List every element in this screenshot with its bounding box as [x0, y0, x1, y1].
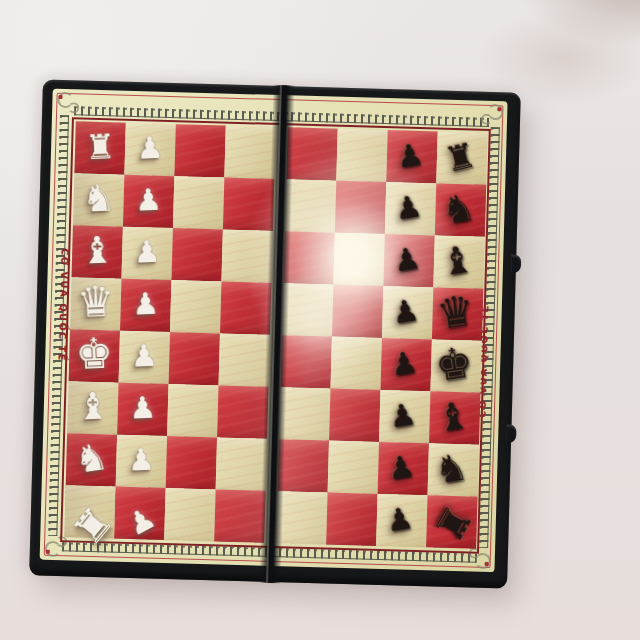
- square-f8[interactable]: ♝: [429, 391, 480, 444]
- square-g8[interactable]: ♞: [428, 443, 479, 496]
- square-e2[interactable]: ♟: [119, 331, 170, 384]
- square-e5[interactable]: [281, 335, 332, 388]
- square-b7[interactable]: ♟: [385, 182, 436, 235]
- square-e8[interactable]: ♚: [430, 339, 481, 392]
- square-c7[interactable]: ♟: [383, 234, 434, 287]
- pawn-icon: ♟: [133, 237, 161, 268]
- square-f3[interactable]: [167, 384, 218, 437]
- square-b2[interactable]: ♟: [123, 175, 174, 228]
- piece-white-pawn-b2[interactable]: ♟: [135, 185, 163, 216]
- pawn-icon: ♟: [390, 295, 421, 329]
- square-d1[interactable]: ♛: [70, 277, 121, 330]
- square-h6[interactable]: [326, 493, 377, 546]
- square-f6[interactable]: [329, 389, 380, 442]
- square-c4[interactable]: [221, 230, 272, 283]
- rook-icon: ♜: [84, 129, 116, 164]
- square-g1[interactable]: ♞: [66, 433, 117, 486]
- piece-black-knight-b8[interactable]: ♞: [439, 188, 477, 229]
- square-c6[interactable]: [333, 233, 384, 286]
- knight-icon: ♞: [72, 438, 110, 479]
- board-border: CỜ VUA QUỐC TẾ CỜ VUA QUỐC TẾ ND ♜♟♟♜♞♟♟…: [40, 89, 508, 573]
- chess-board: CỜ VUA QUỐC TẾ CỜ VUA QUỐC TẾ ND ♜♟♟♜♞♟♟…: [29, 79, 521, 588]
- square-g4[interactable]: [216, 437, 267, 490]
- pawn-icon: ♟: [123, 502, 161, 541]
- piece-white-knight-g1[interactable]: ♞: [72, 438, 110, 479]
- square-d6[interactable]: [332, 285, 383, 338]
- pawn-icon: ♟: [389, 347, 420, 381]
- square-b5[interactable]: [285, 179, 336, 232]
- pawn-icon: ♟: [392, 243, 423, 277]
- square-b8[interactable]: ♞: [435, 183, 486, 236]
- piece-white-king-e1[interactable]: ♚: [75, 333, 114, 377]
- piece-white-pawn-f2[interactable]: ♟: [129, 393, 157, 424]
- pawn-icon: ♟: [136, 133, 164, 164]
- rook-icon: ♜: [66, 499, 120, 552]
- square-b1[interactable]: ♞: [73, 173, 124, 226]
- piece-white-pawn-g2[interactable]: ♟: [127, 445, 155, 476]
- square-g5[interactable]: [278, 439, 329, 492]
- corner-dot: [485, 562, 489, 566]
- square-c2[interactable]: ♟: [121, 227, 172, 280]
- piece-black-rook-h8[interactable]: ♜: [428, 499, 478, 547]
- piece-white-pawn-e2[interactable]: ♟: [130, 341, 158, 372]
- piece-black-knight-g8[interactable]: ♞: [432, 448, 470, 489]
- pawn-icon: ♟: [395, 139, 426, 173]
- piece-black-king-e8[interactable]: ♚: [433, 341, 476, 388]
- knight-icon: ♞: [439, 188, 477, 229]
- queen-icon: ♛: [434, 289, 477, 336]
- piece-white-rook-h1[interactable]: ♜: [66, 499, 120, 552]
- square-f1[interactable]: ♝: [67, 381, 118, 434]
- rook-icon: ♜: [441, 137, 479, 177]
- square-c1[interactable]: ♝: [72, 225, 123, 278]
- square-c3[interactable]: [171, 228, 222, 281]
- pawn-icon: ♟: [129, 393, 157, 424]
- pawn-icon: ♟: [387, 399, 418, 433]
- square-e1[interactable]: ♚: [69, 329, 120, 382]
- pawn-icon: ♟: [386, 451, 417, 485]
- square-b3[interactable]: [173, 176, 224, 229]
- corner-dot: [46, 550, 50, 554]
- pawn-icon: ♟: [127, 445, 155, 476]
- piece-black-bishop-f8[interactable]: ♝: [434, 396, 472, 437]
- pawn-icon: ♟: [130, 341, 158, 372]
- square-e4[interactable]: [219, 333, 270, 386]
- square-a2[interactable]: ♟: [124, 123, 175, 176]
- square-f4[interactable]: [217, 385, 268, 438]
- square-h7[interactable]: ♟: [376, 494, 427, 547]
- square-a5[interactable]: [286, 127, 337, 180]
- pawn-icon: ♟: [384, 503, 415, 537]
- rook-icon: ♜: [428, 499, 478, 547]
- square-g7[interactable]: ♟: [378, 442, 429, 495]
- square-a3[interactable]: [174, 124, 225, 177]
- piece-black-bishop-c8[interactable]: ♝: [438, 240, 476, 281]
- square-g2[interactable]: ♟: [116, 435, 167, 488]
- king-icon: ♚: [75, 333, 114, 377]
- square-h2[interactable]: ♟: [114, 487, 165, 540]
- piece-black-pawn-c7[interactable]: ♟: [392, 243, 423, 277]
- piece-white-pawn-d2[interactable]: ♟: [132, 289, 160, 320]
- piece-black-pawn-h7[interactable]: ♟: [384, 503, 415, 537]
- pawn-icon: ♟: [132, 289, 160, 320]
- piece-white-queen-d1[interactable]: ♛: [76, 281, 115, 325]
- square-a4[interactable]: [224, 126, 275, 179]
- bishop-icon: ♝: [434, 396, 472, 437]
- square-d5[interactable]: [282, 283, 333, 336]
- piece-black-pawn-g7[interactable]: ♟: [386, 451, 417, 485]
- square-h8[interactable]: ♜: [426, 495, 477, 548]
- square-a1[interactable]: ♜: [74, 121, 125, 174]
- square-f5[interactable]: [279, 387, 330, 440]
- pawn-icon: ♟: [135, 185, 163, 216]
- square-c8[interactable]: ♝: [433, 235, 484, 288]
- piece-white-pawn-h2[interactable]: ♟: [123, 502, 161, 541]
- square-e3[interactable]: [169, 332, 220, 385]
- corner-dot: [497, 107, 501, 111]
- square-a7[interactable]: ♟: [386, 130, 437, 183]
- square-f7[interactable]: ♟: [379, 390, 430, 443]
- square-d4[interactable]: [220, 281, 271, 334]
- piece-black-pawn-d7[interactable]: ♟: [390, 295, 421, 329]
- piece-black-rook-a8[interactable]: ♜: [441, 137, 479, 177]
- square-f2[interactable]: ♟: [117, 383, 168, 436]
- piece-white-pawn-c2[interactable]: ♟: [133, 237, 161, 268]
- piece-black-pawn-e7[interactable]: ♟: [389, 347, 420, 381]
- square-g3[interactable]: [166, 436, 217, 489]
- square-h3[interactable]: [164, 488, 215, 541]
- piece-white-rook-a1[interactable]: ♜: [84, 129, 116, 164]
- piece-black-pawn-a7[interactable]: ♟: [395, 139, 426, 173]
- square-e7[interactable]: ♟: [380, 338, 431, 391]
- piece-white-bishop-f1[interactable]: ♝: [76, 387, 111, 425]
- clasp-knob: [511, 255, 521, 273]
- square-b4[interactable]: [223, 178, 274, 231]
- piece-black-pawn-b7[interactable]: ♟: [393, 191, 424, 225]
- square-b6[interactable]: [335, 181, 386, 234]
- king-icon: ♚: [433, 341, 476, 388]
- square-c5[interactable]: [283, 231, 334, 284]
- bishop-icon: ♝: [80, 231, 115, 269]
- queen-icon: ♛: [76, 281, 115, 325]
- square-d7[interactable]: ♟: [382, 286, 433, 339]
- piece-white-knight-b1[interactable]: ♞: [81, 179, 116, 217]
- square-h4[interactable]: [214, 489, 265, 542]
- square-d8[interactable]: ♛: [432, 287, 483, 340]
- knight-icon: ♞: [432, 448, 470, 489]
- square-g6[interactable]: [328, 441, 379, 494]
- corner-dot: [58, 95, 62, 99]
- bishop-icon: ♝: [76, 387, 111, 425]
- pawn-icon: ♟: [393, 191, 424, 225]
- square-a6[interactable]: [336, 129, 387, 182]
- photo-background: CỜ VUA QUỐC TẾ CỜ VUA QUỐC TẾ ND ♜♟♟♜♞♟♟…: [0, 0, 640, 640]
- square-d2[interactable]: ♟: [120, 279, 171, 332]
- square-a8[interactable]: ♜: [436, 131, 487, 184]
- knight-icon: ♞: [81, 179, 116, 217]
- square-d3[interactable]: [170, 280, 221, 333]
- piece-black-pawn-f7[interactable]: ♟: [387, 399, 418, 433]
- piece-white-bishop-c1[interactable]: ♝: [80, 231, 115, 269]
- clasp-knob: [506, 425, 516, 443]
- square-e6[interactable]: [330, 337, 381, 390]
- piece-white-pawn-a2[interactable]: ♟: [136, 133, 164, 164]
- piece-black-queen-d8[interactable]: ♛: [434, 289, 477, 336]
- square-h1[interactable]: ♜: [64, 485, 115, 538]
- board-grid: ♜♟♟♜♞♟♟♞♝♟♟♝♛♟♟♛♚♟♟♚♝♟♟♝♞♟♟♞♜♟♟♜: [64, 121, 487, 548]
- bishop-icon: ♝: [438, 240, 476, 281]
- square-h5[interactable]: [276, 491, 327, 544]
